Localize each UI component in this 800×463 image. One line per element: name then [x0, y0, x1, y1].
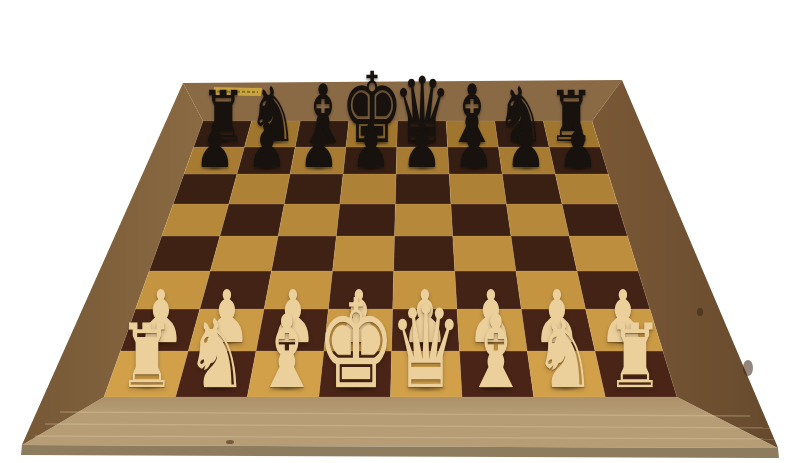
- piece-black-pawn[interactable]: ♟: [558, 116, 598, 178]
- piece-black-pawn[interactable]: ♟: [299, 116, 339, 178]
- board-square: [220, 204, 284, 236]
- chessboard-photo: ♜♞♝♚♛♝♞♜♟♟♟♟♟♟♟♟♟♟♟♟♟♟♟♟♜♞♝♚♛♝♞♜: [0, 0, 800, 463]
- board-square: [453, 236, 516, 271]
- board-square: [162, 204, 229, 236]
- wood-knot: [226, 440, 234, 444]
- board-square: [271, 236, 336, 271]
- board-square: [506, 204, 569, 236]
- piece-black-pawn[interactable]: ♟: [506, 116, 546, 178]
- piece-white-bishop[interactable]: ♝: [463, 302, 528, 403]
- board-square: [394, 236, 455, 271]
- wood-knot: [743, 360, 753, 376]
- piece-white-queen[interactable]: ♛: [389, 291, 463, 405]
- board-square: [278, 204, 340, 236]
- board-square: [451, 204, 511, 236]
- board-square: [569, 236, 638, 271]
- piece-white-rook[interactable]: ♜: [607, 313, 664, 401]
- board-square: [210, 236, 278, 271]
- piece-black-pawn[interactable]: ♟: [351, 116, 391, 178]
- board-square: [336, 204, 395, 236]
- piece-black-pawn[interactable]: ♟: [247, 116, 287, 178]
- board-square: [333, 236, 395, 271]
- board-square: [395, 204, 453, 236]
- piece-black-pawn[interactable]: ♟: [403, 116, 443, 178]
- piece-white-knight[interactable]: ♞: [186, 307, 247, 402]
- piece-white-knight[interactable]: ♞: [535, 307, 596, 402]
- board-square: [562, 204, 627, 236]
- piece-black-pawn[interactable]: ♟: [195, 116, 235, 178]
- piece-white-rook[interactable]: ♜: [119, 313, 176, 401]
- piece-white-bishop[interactable]: ♝: [254, 302, 319, 403]
- board-square: [511, 236, 577, 271]
- board-square: [149, 236, 220, 271]
- piece-white-king[interactable]: ♚: [316, 283, 396, 406]
- wood-knot: [697, 308, 703, 316]
- piece-black-pawn[interactable]: ♟: [454, 116, 494, 178]
